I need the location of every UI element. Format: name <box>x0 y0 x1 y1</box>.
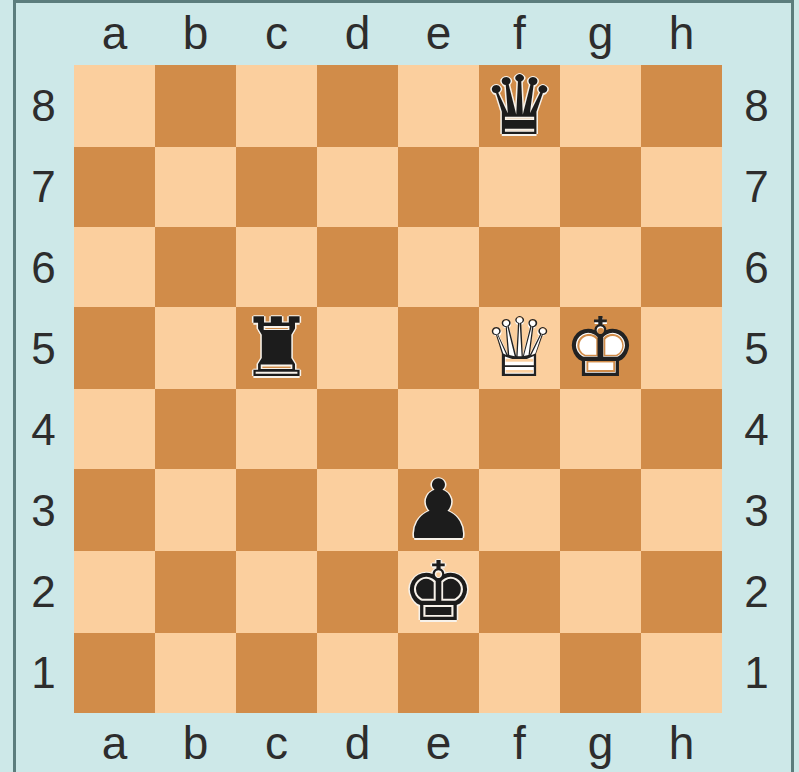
file-label-b: b <box>183 10 209 56</box>
file-label-a: a <box>102 720 128 766</box>
rank-label-6: 6 <box>744 246 768 290</box>
rank-labels-right: 87654321 <box>722 65 791 713</box>
rank-label-8: 8 <box>31 84 55 128</box>
rank-label-3: 3 <box>744 489 768 533</box>
square-g4[interactable] <box>560 389 641 469</box>
square-e4[interactable] <box>398 389 479 469</box>
square-e8[interactable] <box>398 65 479 147</box>
file-label-h: h <box>669 720 695 766</box>
square-d1[interactable] <box>317 633 398 713</box>
square-e3[interactable]: ♟ <box>398 469 479 551</box>
square-h6[interactable] <box>641 227 722 307</box>
square-c6[interactable] <box>236 227 317 307</box>
square-d2[interactable] <box>317 551 398 633</box>
square-c1[interactable] <box>236 633 317 713</box>
square-f6[interactable] <box>479 227 560 307</box>
square-g1[interactable] <box>560 633 641 713</box>
square-b1[interactable] <box>155 633 236 713</box>
rank-label-8: 8 <box>744 84 768 128</box>
square-f5[interactable]: ♛♕ <box>479 307 560 389</box>
square-h1[interactable] <box>641 633 722 713</box>
file-label-b: b <box>183 720 209 766</box>
square-d3[interactable] <box>317 469 398 551</box>
square-d4[interactable] <box>317 389 398 469</box>
file-label-h: h <box>669 10 695 56</box>
chess-diagram: abcdefgh 87654321 ♛♜♛♕♚♔♟♚ 87654321 abcd… <box>0 0 799 772</box>
square-c7[interactable] <box>236 147 317 227</box>
square-h2[interactable] <box>641 551 722 633</box>
file-label-g: g <box>588 720 614 766</box>
rank-labels-left: 87654321 <box>13 65 74 713</box>
file-label-c: c <box>265 720 288 766</box>
rank-label-6: 6 <box>31 246 55 290</box>
square-b3[interactable] <box>155 469 236 551</box>
file-labels-bottom: abcdefgh <box>74 713 722 772</box>
rank-label-5: 5 <box>744 327 768 371</box>
square-b2[interactable] <box>155 551 236 633</box>
file-label-c: c <box>265 10 288 56</box>
black-rook-piece: ♜ <box>236 307 317 389</box>
square-e5[interactable] <box>398 307 479 389</box>
square-g2[interactable] <box>560 551 641 633</box>
square-f1[interactable] <box>479 633 560 713</box>
rank-label-2: 2 <box>31 570 55 614</box>
chess-board: ♛♜♛♕♚♔♟♚ <box>74 65 722 713</box>
square-h3[interactable] <box>641 469 722 551</box>
square-g8[interactable] <box>560 65 641 147</box>
file-label-d: d <box>345 10 371 56</box>
rank-label-1: 1 <box>31 651 55 695</box>
file-label-e: e <box>426 10 452 56</box>
square-e1[interactable] <box>398 633 479 713</box>
square-c3[interactable] <box>236 469 317 551</box>
square-d7[interactable] <box>317 147 398 227</box>
square-f4[interactable] <box>479 389 560 469</box>
black-king-piece: ♚ <box>398 551 479 633</box>
rank-label-3: 3 <box>31 489 55 533</box>
file-label-d: d <box>345 720 371 766</box>
file-labels-top: abcdefgh <box>74 0 722 65</box>
file-label-e: e <box>426 720 452 766</box>
square-d8[interactable] <box>317 65 398 147</box>
square-d6[interactable] <box>317 227 398 307</box>
square-b5[interactable] <box>155 307 236 389</box>
square-a8[interactable] <box>74 65 155 147</box>
square-c8[interactable] <box>236 65 317 147</box>
square-a1[interactable] <box>74 633 155 713</box>
file-label-f: f <box>513 10 526 56</box>
square-h4[interactable] <box>641 389 722 469</box>
square-b4[interactable] <box>155 389 236 469</box>
rank-label-4: 4 <box>744 408 768 452</box>
square-b7[interactable] <box>155 147 236 227</box>
square-a5[interactable] <box>74 307 155 389</box>
file-label-a: a <box>102 10 128 56</box>
square-g5[interactable]: ♚♔ <box>560 307 641 389</box>
square-c5[interactable]: ♜ <box>236 307 317 389</box>
frame-line-right <box>791 0 794 772</box>
square-b8[interactable] <box>155 65 236 147</box>
square-a2[interactable] <box>74 551 155 633</box>
rank-label-5: 5 <box>31 327 55 371</box>
white-king-piece: ♚♔ <box>560 307 641 389</box>
square-b6[interactable] <box>155 227 236 307</box>
square-h8[interactable] <box>641 65 722 147</box>
square-a6[interactable] <box>74 227 155 307</box>
square-g7[interactable] <box>560 147 641 227</box>
square-g6[interactable] <box>560 227 641 307</box>
square-c4[interactable] <box>236 389 317 469</box>
square-f2[interactable] <box>479 551 560 633</box>
rank-label-7: 7 <box>744 165 768 209</box>
rank-label-4: 4 <box>31 408 55 452</box>
file-label-g: g <box>588 10 614 56</box>
square-h7[interactable] <box>641 147 722 227</box>
file-label-f: f <box>513 720 526 766</box>
square-f8[interactable]: ♛ <box>479 65 560 147</box>
square-e2[interactable]: ♚ <box>398 551 479 633</box>
black-queen-piece: ♛ <box>479 65 560 147</box>
square-g3[interactable] <box>560 469 641 551</box>
square-f7[interactable] <box>479 147 560 227</box>
square-a3[interactable] <box>74 469 155 551</box>
rank-label-2: 2 <box>744 570 768 614</box>
square-f3[interactable] <box>479 469 560 551</box>
white-queen-piece: ♛♕ <box>479 307 560 389</box>
square-a7[interactable] <box>74 147 155 227</box>
black-pawn-piece: ♟ <box>398 469 479 551</box>
rank-label-1: 1 <box>744 651 768 695</box>
square-e6[interactable] <box>398 227 479 307</box>
square-e7[interactable] <box>398 147 479 227</box>
square-a4[interactable] <box>74 389 155 469</box>
square-h5[interactable] <box>641 307 722 389</box>
square-d5[interactable] <box>317 307 398 389</box>
rank-label-7: 7 <box>31 165 55 209</box>
square-c2[interactable] <box>236 551 317 633</box>
